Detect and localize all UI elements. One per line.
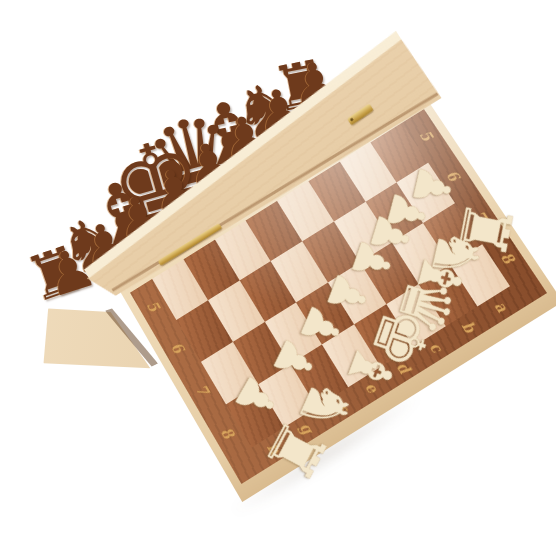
raised-board-half: ♜♞♝♛♚♝♞♜♟♟♟♟♟♟♟♟ <box>0 0 366 190</box>
product-photo-scene: ♜♞♝♛♚♝♞♜♟♟♟♟♟♟♟♟ 56785678hgfedcba ♟♟♟♟♟♟… <box>0 0 556 556</box>
rotated-photo-frame: ♜♞♝♛♚♝♞♜♟♟♟♟♟♟♟♟ 56785678hgfedcba ♟♟♟♟♟♟… <box>0 0 556 556</box>
